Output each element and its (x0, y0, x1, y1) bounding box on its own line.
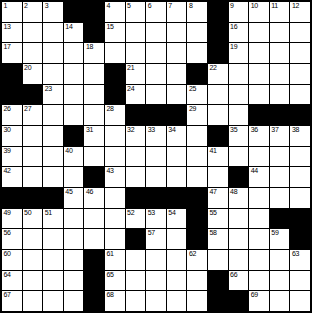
clue-number-68: 68 (107, 291, 114, 299)
clue-number-3: 3 (45, 2, 49, 10)
white-cell-r12c11[interactable]: 58 (208, 229, 228, 249)
crossword-grid: 1234567891011121314151617181920212223242… (0, 0, 312, 313)
black-cell-r1c5 (84, 2, 104, 22)
white-cell-r10c11[interactable]: 47 (208, 188, 228, 208)
white-cell-r6c1[interactable]: 26 (2, 105, 22, 125)
white-cell-r3c14[interactable] (270, 43, 290, 63)
clue-number-32: 32 (127, 126, 134, 134)
white-cell-r15c2[interactable] (23, 291, 43, 311)
clue-number-33: 33 (148, 126, 155, 134)
black-cell-r12c7 (126, 229, 146, 249)
white-cell-r13c11[interactable] (208, 250, 228, 270)
white-cell-r2c8[interactable] (146, 23, 166, 43)
clue-number-11: 11 (271, 2, 278, 10)
white-cell-r8c9[interactable] (167, 147, 187, 167)
white-cell-r5c7[interactable]: 24 (126, 85, 146, 105)
white-cell-r15c3[interactable] (43, 291, 63, 311)
white-cell-r14c10[interactable] (187, 271, 207, 291)
white-cell-r1c12[interactable]: 9 (229, 2, 249, 22)
clue-number-40: 40 (65, 147, 72, 155)
clue-number-69: 69 (251, 291, 258, 299)
clue-number-35: 35 (230, 126, 237, 134)
white-cell-r3c9[interactable] (167, 43, 187, 63)
white-cell-r4c9[interactable] (167, 64, 187, 84)
clue-number-23: 23 (45, 85, 52, 93)
black-cell-r11c10 (187, 209, 207, 229)
white-cell-r14c13[interactable] (249, 271, 269, 291)
white-cell-r5c9[interactable] (167, 85, 187, 105)
white-cell-r7c15[interactable]: 38 (290, 126, 310, 146)
white-cell-r12c9[interactable] (167, 229, 187, 249)
black-cell-r5c1 (2, 85, 22, 105)
white-cell-r14c14[interactable] (270, 271, 290, 291)
white-cell-r13c6[interactable]: 61 (105, 250, 125, 270)
black-cell-r15c11 (208, 291, 228, 311)
white-cell-r11c4[interactable] (64, 209, 84, 229)
white-cell-r4c15[interactable] (290, 64, 310, 84)
white-cell-r7c7[interactable]: 32 (126, 126, 146, 146)
white-cell-r15c14[interactable] (270, 291, 290, 311)
white-cell-r9c11[interactable] (208, 167, 228, 187)
white-cell-r13c1[interactable]: 60 (2, 250, 22, 270)
white-cell-r2c7[interactable] (126, 23, 146, 43)
white-cell-r1c2[interactable]: 2 (23, 2, 43, 22)
white-cell-r3c8[interactable] (146, 43, 166, 63)
white-cell-r3c4[interactable] (64, 43, 84, 63)
white-cell-r9c13[interactable]: 44 (249, 167, 269, 187)
white-cell-r9c1[interactable]: 42 (2, 167, 22, 187)
white-cell-r6c12[interactable] (229, 105, 249, 125)
clue-number-41: 41 (210, 147, 217, 155)
black-cell-r4c6 (105, 64, 125, 84)
black-cell-r6c15 (290, 105, 310, 125)
black-cell-r6c9 (167, 105, 187, 125)
black-cell-r7c11 (208, 126, 228, 146)
white-cell-r6c4[interactable] (64, 105, 84, 125)
clue-number-20: 20 (24, 64, 31, 72)
white-cell-r4c12[interactable] (229, 64, 249, 84)
white-cell-r8c11[interactable]: 41 (208, 147, 228, 167)
white-cell-r3c1[interactable]: 17 (2, 43, 22, 63)
clue-number-52: 52 (127, 209, 134, 217)
white-cell-r8c3[interactable] (43, 147, 63, 167)
white-cell-r13c15[interactable]: 63 (290, 250, 310, 270)
clue-number-42: 42 (4, 167, 11, 175)
clue-number-46: 46 (86, 188, 93, 196)
white-cell-r8c7[interactable] (126, 147, 146, 167)
clue-number-34: 34 (168, 126, 175, 134)
white-cell-r11c8[interactable]: 53 (146, 209, 166, 229)
clue-number-5: 5 (127, 2, 131, 10)
clue-number-14: 14 (65, 23, 72, 31)
white-cell-r5c15[interactable] (290, 85, 310, 105)
clue-number-36: 36 (251, 126, 258, 134)
white-cell-r6c5[interactable] (84, 105, 104, 125)
white-cell-r15c6[interactable]: 68 (105, 291, 125, 311)
white-cell-r6c2[interactable]: 27 (23, 105, 43, 125)
white-cell-r4c13[interactable] (249, 64, 269, 84)
white-cell-r15c7[interactable] (126, 291, 146, 311)
clue-number-39: 39 (4, 147, 11, 155)
clue-number-48: 48 (230, 188, 237, 196)
clue-number-29: 29 (189, 105, 196, 113)
white-cell-r1c7[interactable]: 5 (126, 2, 146, 22)
white-cell-r2c4[interactable]: 14 (64, 23, 84, 43)
white-cell-r3c13[interactable] (249, 43, 269, 63)
black-cell-r14c11 (208, 271, 228, 291)
clue-number-58: 58 (210, 229, 217, 237)
clue-number-53: 53 (148, 209, 155, 217)
clue-number-16: 16 (230, 23, 237, 31)
clue-number-64: 64 (4, 271, 11, 279)
clue-number-65: 65 (107, 271, 114, 279)
white-cell-r5c3[interactable]: 23 (43, 85, 63, 105)
clue-number-9: 9 (230, 2, 234, 10)
white-cell-r8c5[interactable] (84, 147, 104, 167)
clue-number-25: 25 (189, 85, 196, 93)
white-cell-r12c4[interactable] (64, 229, 84, 249)
black-cell-r10c2 (23, 188, 43, 208)
white-cell-r4c5[interactable] (84, 64, 104, 84)
clue-number-27: 27 (24, 105, 31, 113)
black-cell-r10c10 (187, 188, 207, 208)
white-cell-r14c6[interactable]: 65 (105, 271, 125, 291)
white-cell-r13c8[interactable] (146, 250, 166, 270)
white-cell-r1c14[interactable]: 11 (270, 2, 290, 22)
white-cell-r10c14[interactable] (270, 188, 290, 208)
white-cell-r7c2[interactable] (23, 126, 43, 146)
white-cell-r8c2[interactable] (23, 147, 43, 167)
white-cell-r5c8[interactable] (146, 85, 166, 105)
white-cell-r13c4[interactable] (64, 250, 84, 270)
white-cell-r11c6[interactable] (105, 209, 125, 229)
white-cell-r11c13[interactable] (249, 209, 269, 229)
white-cell-r6c6[interactable]: 28 (105, 105, 125, 125)
white-cell-r2c9[interactable] (167, 23, 187, 43)
white-cell-r14c12[interactable]: 66 (229, 271, 249, 291)
white-cell-r5c14[interactable] (270, 85, 290, 105)
white-cell-r3c10[interactable] (187, 43, 207, 63)
white-cell-r13c9[interactable] (167, 250, 187, 270)
clue-number-62: 62 (189, 250, 196, 258)
black-cell-r2c5 (84, 23, 104, 43)
white-cell-r8c10[interactable] (187, 147, 207, 167)
black-cell-r6c7 (126, 105, 146, 125)
clue-number-6: 6 (148, 2, 152, 10)
white-cell-r3c3[interactable] (43, 43, 63, 63)
white-cell-r7c3[interactable] (43, 126, 63, 146)
white-cell-r11c1[interactable]: 49 (2, 209, 22, 229)
white-cell-r2c2[interactable] (23, 23, 43, 43)
white-cell-r3c15[interactable] (290, 43, 310, 63)
clue-number-67: 67 (4, 291, 11, 299)
white-cell-r15c15[interactable] (290, 291, 310, 311)
black-cell-r6c13 (249, 105, 269, 125)
white-cell-r13c3[interactable] (43, 250, 63, 270)
white-cell-r14c1[interactable]: 64 (2, 271, 22, 291)
white-cell-r3c6[interactable] (105, 43, 125, 63)
white-cell-r12c3[interactable] (43, 229, 63, 249)
white-cell-r10c12[interactable]: 48 (229, 188, 249, 208)
white-cell-r9c6[interactable]: 43 (105, 167, 125, 187)
clue-number-61: 61 (107, 250, 114, 258)
white-cell-r9c10[interactable] (187, 167, 207, 187)
clue-number-1: 1 (4, 2, 8, 10)
white-cell-r14c15[interactable] (290, 271, 310, 291)
black-cell-r10c7 (126, 188, 146, 208)
white-cell-r12c12[interactable] (229, 229, 249, 249)
white-cell-r13c14[interactable] (270, 250, 290, 270)
white-cell-r5c4[interactable] (64, 85, 84, 105)
black-cell-r3c11 (208, 43, 228, 63)
clue-number-13: 13 (4, 23, 11, 31)
white-cell-r5c13[interactable] (249, 85, 269, 105)
clue-number-49: 49 (4, 209, 11, 217)
black-cell-r7c4 (64, 126, 84, 146)
white-cell-r9c3[interactable] (43, 167, 63, 187)
white-cell-r15c13[interactable]: 69 (249, 291, 269, 311)
white-cell-r5c10[interactable]: 25 (187, 85, 207, 105)
clue-number-45: 45 (65, 188, 72, 196)
black-cell-r6c14 (270, 105, 290, 125)
white-cell-r12c8[interactable]: 57 (146, 229, 166, 249)
clue-number-26: 26 (4, 105, 11, 113)
white-cell-r14c9[interactable] (167, 271, 187, 291)
white-cell-r8c14[interactable] (270, 147, 290, 167)
clue-number-17: 17 (4, 43, 11, 51)
white-cell-r7c12[interactable]: 35 (229, 126, 249, 146)
white-cell-r9c7[interactable] (126, 167, 146, 187)
white-cell-r8c8[interactable] (146, 147, 166, 167)
clue-number-47: 47 (210, 188, 217, 196)
clue-number-2: 2 (24, 2, 28, 10)
white-cell-r1c10[interactable]: 8 (187, 2, 207, 22)
black-cell-r11c15 (290, 209, 310, 229)
white-cell-r11c5[interactable] (84, 209, 104, 229)
white-cell-r15c4[interactable] (64, 291, 84, 311)
clue-number-55: 55 (210, 209, 217, 217)
black-cell-r10c1 (2, 188, 22, 208)
white-cell-r5c12[interactable] (229, 85, 249, 105)
white-cell-r1c13[interactable]: 10 (249, 2, 269, 22)
white-cell-r11c3[interactable]: 51 (43, 209, 63, 229)
white-cell-r9c8[interactable] (146, 167, 166, 187)
white-cell-r1c15[interactable]: 12 (290, 2, 310, 22)
white-cell-r11c12[interactable] (229, 209, 249, 229)
white-cell-r11c7[interactable]: 52 (126, 209, 146, 229)
white-cell-r13c7[interactable] (126, 250, 146, 270)
clue-number-43: 43 (107, 167, 114, 175)
white-cell-r8c12[interactable] (229, 147, 249, 167)
clue-number-51: 51 (45, 209, 52, 217)
white-cell-r7c9[interactable]: 34 (167, 126, 187, 146)
black-cell-r2c11 (208, 23, 228, 43)
white-cell-r13c12[interactable] (229, 250, 249, 270)
white-cell-r2c6[interactable]: 15 (105, 23, 125, 43)
clue-number-8: 8 (189, 2, 193, 10)
clue-number-31: 31 (86, 126, 93, 134)
black-cell-r9c5 (84, 167, 104, 187)
black-cell-r10c3 (43, 188, 63, 208)
black-cell-r1c4 (64, 2, 84, 22)
white-cell-r3c12[interactable]: 19 (229, 43, 249, 63)
clue-number-44: 44 (251, 167, 258, 175)
white-cell-r10c15[interactable] (290, 188, 310, 208)
clue-number-59: 59 (271, 229, 278, 237)
white-cell-r3c2[interactable] (23, 43, 43, 63)
white-cell-r2c15[interactable] (290, 23, 310, 43)
white-cell-r4c4[interactable] (64, 64, 84, 84)
white-cell-r8c1[interactable]: 39 (2, 147, 22, 167)
clue-number-28: 28 (107, 105, 114, 113)
clue-number-22: 22 (210, 64, 217, 72)
white-cell-r7c13[interactable]: 36 (249, 126, 269, 146)
black-cell-r4c10 (187, 64, 207, 84)
white-cell-r10c6[interactable] (105, 188, 125, 208)
white-cell-r4c3[interactable] (43, 64, 63, 84)
black-cell-r15c5 (84, 291, 104, 311)
clue-number-10: 10 (251, 2, 258, 10)
white-cell-r10c5[interactable]: 46 (84, 188, 104, 208)
clue-number-50: 50 (24, 209, 31, 217)
white-cell-r12c2[interactable] (23, 229, 43, 249)
white-cell-r14c4[interactable] (64, 271, 84, 291)
white-cell-r14c3[interactable] (43, 271, 63, 291)
clue-number-66: 66 (230, 271, 237, 279)
black-cell-r4c1 (2, 64, 22, 84)
clue-number-15: 15 (107, 23, 114, 31)
clue-number-18: 18 (86, 43, 93, 51)
white-cell-r2c3[interactable] (43, 23, 63, 43)
clue-number-30: 30 (4, 126, 11, 134)
white-cell-r9c14[interactable] (270, 167, 290, 187)
black-cell-r10c9 (167, 188, 187, 208)
white-cell-r4c8[interactable] (146, 64, 166, 84)
white-cell-r7c14[interactable]: 37 (270, 126, 290, 146)
clue-number-54: 54 (168, 209, 175, 217)
white-cell-r2c13[interactable] (249, 23, 269, 43)
clue-number-24: 24 (127, 85, 134, 93)
clue-number-57: 57 (148, 229, 155, 237)
black-cell-r13c5 (84, 250, 104, 270)
white-cell-r1c6[interactable]: 4 (105, 2, 125, 22)
black-cell-r12c10 (187, 229, 207, 249)
white-cell-r15c8[interactable] (146, 291, 166, 311)
white-cell-r9c9[interactable] (167, 167, 187, 187)
white-cell-r4c14[interactable] (270, 64, 290, 84)
white-cell-r7c8[interactable]: 33 (146, 126, 166, 146)
clue-number-4: 4 (107, 2, 111, 10)
white-cell-r2c12[interactable]: 16 (229, 23, 249, 43)
clue-number-7: 7 (168, 2, 172, 10)
white-cell-r2c14[interactable] (270, 23, 290, 43)
black-cell-r10c8 (146, 188, 166, 208)
black-cell-r6c8 (146, 105, 166, 125)
white-cell-r11c2[interactable]: 50 (23, 209, 43, 229)
clue-number-21: 21 (127, 64, 134, 72)
white-cell-r11c11[interactable]: 55 (208, 209, 228, 229)
white-cell-r13c13[interactable] (249, 250, 269, 270)
black-cell-r12c15 (290, 229, 310, 249)
white-cell-r12c14[interactable]: 59 (270, 229, 290, 249)
white-cell-r9c2[interactable] (23, 167, 43, 187)
black-cell-r9c12 (229, 167, 249, 187)
white-cell-r12c1[interactable]: 56 (2, 229, 22, 249)
white-cell-r8c6[interactable] (105, 147, 125, 167)
white-cell-r10c4[interactable]: 45 (64, 188, 84, 208)
white-cell-r4c7[interactable]: 21 (126, 64, 146, 84)
black-cell-r5c6 (105, 85, 125, 105)
black-cell-r1c11 (208, 2, 228, 22)
white-cell-r1c3[interactable]: 3 (43, 2, 63, 22)
white-cell-r15c9[interactable] (167, 291, 187, 311)
white-cell-r9c15[interactable] (290, 167, 310, 187)
white-cell-r7c1[interactable]: 30 (2, 126, 22, 146)
clue-number-38: 38 (292, 126, 299, 134)
white-cell-r7c6[interactable] (105, 126, 125, 146)
white-cell-r14c8[interactable] (146, 271, 166, 291)
white-cell-r5c5[interactable] (84, 85, 104, 105)
black-cell-r5c2 (23, 85, 43, 105)
white-cell-r5c11[interactable] (208, 85, 228, 105)
black-cell-r14c5 (84, 271, 104, 291)
white-cell-r15c10[interactable] (187, 291, 207, 311)
white-cell-r15c1[interactable]: 67 (2, 291, 22, 311)
white-cell-r12c6[interactable] (105, 229, 125, 249)
white-cell-r2c1[interactable]: 13 (2, 23, 22, 43)
white-cell-r7c5[interactable]: 31 (84, 126, 104, 146)
white-cell-r2c10[interactable] (187, 23, 207, 43)
black-cell-r15c12 (229, 291, 249, 311)
white-cell-r7c10[interactable] (187, 126, 207, 146)
white-cell-r10c13[interactable] (249, 188, 269, 208)
white-cell-r14c7[interactable] (126, 271, 146, 291)
white-cell-r1c1[interactable]: 1 (2, 2, 22, 22)
clue-number-37: 37 (271, 126, 278, 134)
white-cell-r13c10[interactable]: 62 (187, 250, 207, 270)
clue-number-19: 19 (230, 43, 237, 51)
white-cell-r6c3[interactable] (43, 105, 63, 125)
white-cell-r4c2[interactable]: 20 (23, 64, 43, 84)
white-cell-r8c4[interactable]: 40 (64, 147, 84, 167)
white-cell-r1c8[interactable]: 6 (146, 2, 166, 22)
white-cell-r3c7[interactable] (126, 43, 146, 63)
clue-number-63: 63 (292, 250, 299, 258)
clue-number-12: 12 (292, 2, 299, 10)
white-cell-r12c13[interactable] (249, 229, 269, 249)
white-cell-r14c2[interactable] (23, 271, 43, 291)
white-cell-r8c13[interactable] (249, 147, 269, 167)
black-cell-r11c14 (270, 209, 290, 229)
white-cell-r6c10[interactable]: 29 (187, 105, 207, 125)
white-cell-r12c5[interactable] (84, 229, 104, 249)
white-cell-r13c2[interactable] (23, 250, 43, 270)
white-cell-r4c11[interactable]: 22 (208, 64, 228, 84)
white-cell-r9c4[interactable] (64, 167, 84, 187)
white-cell-r1c9[interactable]: 7 (167, 2, 187, 22)
white-cell-r11c9[interactable]: 54 (167, 209, 187, 229)
white-cell-r6c11[interactable] (208, 105, 228, 125)
clue-number-60: 60 (4, 250, 11, 258)
white-cell-r8c15[interactable] (290, 147, 310, 167)
white-cell-r3c5[interactable]: 18 (84, 43, 104, 63)
clue-number-56: 56 (4, 229, 11, 237)
